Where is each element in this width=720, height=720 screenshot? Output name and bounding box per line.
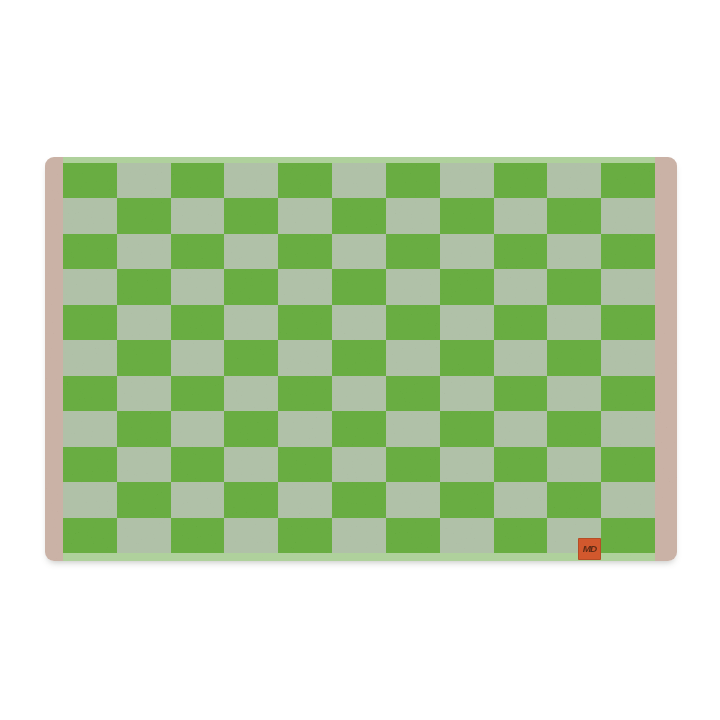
square-r4c1 [63,269,117,304]
square-r9c9 [494,447,548,482]
square-r1c5 [278,163,332,198]
square-r10c8 [440,482,494,517]
square-r2c3 [171,198,225,233]
square-r5c8 [440,305,494,340]
square-r11c4 [224,518,278,553]
square-r6c5 [278,340,332,375]
square-r3c5 [278,234,332,269]
square-r10c4 [224,482,278,517]
square-r8c6 [332,411,386,446]
square-r8c1 [63,411,117,446]
square-r2c5 [278,198,332,233]
square-r3c9 [494,234,548,269]
square-r4c9 [494,269,548,304]
square-r5c7 [386,305,440,340]
square-r3c2 [117,234,171,269]
square-r3c3 [171,234,225,269]
square-r5c3 [171,305,225,340]
square-r7c6 [332,376,386,411]
square-r6c11 [601,340,655,375]
square-r1c1 [63,163,117,198]
square-r3c7 [386,234,440,269]
square-r7c8 [440,376,494,411]
brand-monogram: MD [583,544,597,554]
square-r10c3 [171,482,225,517]
square-r6c7 [386,340,440,375]
square-r2c1 [63,198,117,233]
square-r11c9 [494,518,548,553]
square-r11c8 [440,518,494,553]
towel-bottom-hem [63,553,655,561]
square-r4c2 [117,269,171,304]
square-r2c6 [332,198,386,233]
square-r10c2 [117,482,171,517]
square-r2c8 [440,198,494,233]
square-r5c6 [332,305,386,340]
square-r8c3 [171,411,225,446]
square-r4c3 [171,269,225,304]
square-r6c10 [547,340,601,375]
square-r9c5 [278,447,332,482]
square-r6c1 [63,340,117,375]
square-r8c7 [386,411,440,446]
square-r4c8 [440,269,494,304]
square-r5c11 [601,305,655,340]
square-r9c4 [224,447,278,482]
square-r10c7 [386,482,440,517]
square-r5c2 [117,305,171,340]
square-r1c3 [171,163,225,198]
square-r4c5 [278,269,332,304]
square-r5c4 [224,305,278,340]
square-r9c1 [63,447,117,482]
square-r4c6 [332,269,386,304]
square-r11c7 [386,518,440,553]
towel-right-selvedge [655,157,677,561]
square-r4c11 [601,269,655,304]
checkerboard [63,163,655,553]
square-r4c7 [386,269,440,304]
square-r9c7 [386,447,440,482]
square-r1c6 [332,163,386,198]
square-r11c6 [332,518,386,553]
square-r7c10 [547,376,601,411]
square-r1c2 [117,163,171,198]
square-r11c3 [171,518,225,553]
square-r1c9 [494,163,548,198]
square-r7c1 [63,376,117,411]
square-r10c5 [278,482,332,517]
square-r5c10 [547,305,601,340]
square-r10c1 [63,482,117,517]
square-r7c7 [386,376,440,411]
brand-tag: MD [578,538,601,560]
square-r9c3 [171,447,225,482]
square-r10c11 [601,482,655,517]
square-r6c9 [494,340,548,375]
towel-left-selvedge [45,157,63,561]
square-r2c2 [117,198,171,233]
square-r3c4 [224,234,278,269]
square-r1c10 [547,163,601,198]
square-r10c9 [494,482,548,517]
square-r7c5 [278,376,332,411]
square-r6c3 [171,340,225,375]
square-r1c4 [224,163,278,198]
square-r9c6 [332,447,386,482]
square-r1c7 [386,163,440,198]
square-r11c2 [117,518,171,553]
square-r11c11 [601,518,655,553]
square-r6c8 [440,340,494,375]
square-r2c7 [386,198,440,233]
square-r9c8 [440,447,494,482]
square-r7c3 [171,376,225,411]
square-r5c1 [63,305,117,340]
square-r11c1 [63,518,117,553]
square-r8c2 [117,411,171,446]
square-r3c1 [63,234,117,269]
square-r7c11 [601,376,655,411]
square-r2c4 [224,198,278,233]
square-r6c2 [117,340,171,375]
square-r8c10 [547,411,601,446]
towel-center [63,157,655,561]
square-r6c6 [332,340,386,375]
towel: MD [45,157,677,561]
square-r8c9 [494,411,548,446]
square-r3c11 [601,234,655,269]
square-r2c11 [601,198,655,233]
square-r8c8 [440,411,494,446]
square-r4c10 [547,269,601,304]
square-r5c5 [278,305,332,340]
square-r7c4 [224,376,278,411]
square-r9c2 [117,447,171,482]
square-r3c8 [440,234,494,269]
square-r8c11 [601,411,655,446]
square-r3c6 [332,234,386,269]
square-r8c5 [278,411,332,446]
square-r5c9 [494,305,548,340]
square-r9c10 [547,447,601,482]
square-r8c4 [224,411,278,446]
square-r4c4 [224,269,278,304]
product-photo: MD [0,0,720,720]
square-r9c11 [601,447,655,482]
square-r11c5 [278,518,332,553]
square-r7c9 [494,376,548,411]
square-r1c11 [601,163,655,198]
square-r7c2 [117,376,171,411]
square-r3c10 [547,234,601,269]
square-r2c10 [547,198,601,233]
square-r10c6 [332,482,386,517]
square-r2c9 [494,198,548,233]
square-r6c4 [224,340,278,375]
square-r10c10 [547,482,601,517]
square-r1c8 [440,163,494,198]
